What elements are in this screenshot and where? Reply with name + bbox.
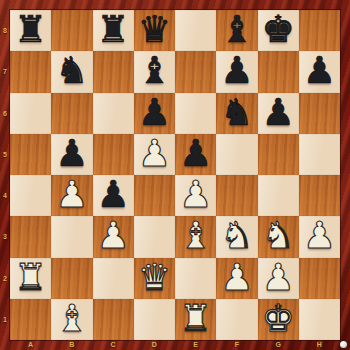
square-d3[interactable] <box>134 216 175 257</box>
piece-black-pawn[interactable]: ♟ <box>220 50 253 91</box>
rank-label-8: 8 <box>0 10 10 51</box>
rank-label-3: 3 <box>0 216 10 257</box>
piece-black-bishop[interactable]: ♝ <box>138 50 171 91</box>
square-e5[interactable]: ♟ <box>175 134 216 175</box>
square-c8[interactable]: ♜ <box>93 10 134 51</box>
square-c2[interactable] <box>93 258 134 299</box>
square-c5[interactable] <box>93 134 134 175</box>
square-e3[interactable]: ♝ <box>175 216 216 257</box>
square-f1[interactable] <box>216 299 257 340</box>
piece-white-pawn[interactable]: ♟ <box>303 215 336 256</box>
piece-white-knight[interactable]: ♞ <box>262 215 295 256</box>
square-c4[interactable]: ♟ <box>93 175 134 216</box>
file-label-h: H <box>299 340 340 350</box>
square-f2[interactable]: ♟ <box>216 258 257 299</box>
square-a1[interactable] <box>10 299 51 340</box>
file-label-a: A <box>10 340 51 350</box>
square-a2[interactable]: ♜ <box>10 258 51 299</box>
square-f3[interactable]: ♞ <box>216 216 257 257</box>
square-a4[interactable] <box>10 175 51 216</box>
piece-black-rook[interactable]: ♜ <box>14 9 47 50</box>
piece-white-king[interactable]: ♚ <box>262 298 295 339</box>
file-label-c: C <box>93 340 134 350</box>
square-c6[interactable] <box>93 93 134 134</box>
piece-black-pawn[interactable]: ♟ <box>97 174 130 215</box>
square-b3[interactable] <box>51 216 92 257</box>
file-label-e: E <box>175 340 216 350</box>
piece-black-rook[interactable]: ♜ <box>97 9 130 50</box>
file-label-d: D <box>134 340 175 350</box>
square-d6[interactable]: ♟ <box>134 93 175 134</box>
square-f7[interactable]: ♟ <box>216 51 257 92</box>
piece-white-pawn[interactable]: ♟ <box>262 257 295 298</box>
piece-white-bishop[interactable]: ♝ <box>55 298 88 339</box>
square-f4[interactable] <box>216 175 257 216</box>
square-h2[interactable] <box>299 258 340 299</box>
piece-black-pawn[interactable]: ♟ <box>179 133 212 174</box>
square-g1[interactable]: ♚ <box>258 299 299 340</box>
rank-label-5: 5 <box>0 134 10 175</box>
corner-dot-icon <box>340 341 347 348</box>
rank-label-4: 4 <box>0 175 10 216</box>
square-d2[interactable]: ♛ <box>134 258 175 299</box>
piece-white-pawn[interactable]: ♟ <box>220 257 253 298</box>
square-d1[interactable] <box>134 299 175 340</box>
square-b8[interactable] <box>51 10 92 51</box>
square-a3[interactable] <box>10 216 51 257</box>
square-e2[interactable] <box>175 258 216 299</box>
piece-white-bishop[interactable]: ♝ <box>179 215 212 256</box>
piece-black-king[interactable]: ♚ <box>262 9 295 50</box>
square-b6[interactable] <box>51 93 92 134</box>
piece-white-pawn[interactable]: ♟ <box>179 174 212 215</box>
square-h6[interactable] <box>299 93 340 134</box>
piece-black-pawn[interactable]: ♟ <box>55 133 88 174</box>
square-a6[interactable] <box>10 93 51 134</box>
square-h3[interactable]: ♟ <box>299 216 340 257</box>
square-b5[interactable]: ♟ <box>51 134 92 175</box>
piece-white-pawn[interactable]: ♟ <box>55 174 88 215</box>
piece-black-knight[interactable]: ♞ <box>55 50 88 91</box>
square-f6[interactable]: ♞ <box>216 93 257 134</box>
square-b1[interactable]: ♝ <box>51 299 92 340</box>
square-h8[interactable] <box>299 10 340 51</box>
file-label-f: F <box>216 340 257 350</box>
square-a8[interactable]: ♜ <box>10 10 51 51</box>
rank-label-1: 1 <box>0 299 10 340</box>
square-e7[interactable] <box>175 51 216 92</box>
square-c3[interactable]: ♟ <box>93 216 134 257</box>
square-a5[interactable] <box>10 134 51 175</box>
piece-white-rook[interactable]: ♜ <box>179 298 212 339</box>
file-label-g: G <box>258 340 299 350</box>
square-h4[interactable] <box>299 175 340 216</box>
square-b7[interactable]: ♞ <box>51 51 92 92</box>
square-e8[interactable] <box>175 10 216 51</box>
square-h5[interactable] <box>299 134 340 175</box>
piece-black-pawn[interactable]: ♟ <box>303 50 336 91</box>
square-g6[interactable]: ♟ <box>258 93 299 134</box>
square-g3[interactable]: ♞ <box>258 216 299 257</box>
square-d4[interactable] <box>134 175 175 216</box>
piece-black-bishop[interactable]: ♝ <box>220 9 253 50</box>
square-d8[interactable]: ♛ <box>134 10 175 51</box>
piece-black-pawn[interactable]: ♟ <box>138 92 171 133</box>
piece-white-rook[interactable]: ♜ <box>14 257 47 298</box>
file-label-b: B <box>51 340 92 350</box>
piece-white-pawn[interactable]: ♟ <box>97 215 130 256</box>
square-g5[interactable] <box>258 134 299 175</box>
rank-label-2: 2 <box>0 258 10 299</box>
rank-label-6: 6 <box>0 93 10 134</box>
square-e6[interactable] <box>175 93 216 134</box>
square-g8[interactable]: ♚ <box>258 10 299 51</box>
piece-black-knight[interactable]: ♞ <box>220 92 253 133</box>
square-a7[interactable] <box>10 51 51 92</box>
square-g2[interactable]: ♟ <box>258 258 299 299</box>
square-g4[interactable] <box>258 175 299 216</box>
square-h7[interactable]: ♟ <box>299 51 340 92</box>
piece-black-pawn[interactable]: ♟ <box>262 92 295 133</box>
square-f5[interactable] <box>216 134 257 175</box>
square-b4[interactable]: ♟ <box>51 175 92 216</box>
piece-white-queen[interactable]: ♛ <box>138 257 171 298</box>
piece-black-queen[interactable]: ♛ <box>138 9 171 50</box>
square-d7[interactable]: ♝ <box>134 51 175 92</box>
rank-label-7: 7 <box>0 51 10 92</box>
square-h1[interactable] <box>299 299 340 340</box>
square-f8[interactable]: ♝ <box>216 10 257 51</box>
square-c7[interactable] <box>93 51 134 92</box>
square-d5[interactable]: ♟ <box>134 134 175 175</box>
piece-white-pawn[interactable]: ♟ <box>138 133 171 174</box>
chess-board: ♜♜♛♝♚♞♝♟♟♟♞♟♟♟♟♟♟♟♟♝♞♞♟♜♛♟♟♝♜♚ <box>10 10 340 340</box>
square-c1[interactable] <box>93 299 134 340</box>
piece-white-knight[interactable]: ♞ <box>220 215 253 256</box>
chess-board-frame: ♜♜♛♝♚♞♝♟♟♟♞♟♟♟♟♟♟♟♟♝♞♞♟♜♛♟♟♝♜♚ 87654321 … <box>0 0 350 350</box>
square-e4[interactable]: ♟ <box>175 175 216 216</box>
square-e1[interactable]: ♜ <box>175 299 216 340</box>
square-g7[interactable] <box>258 51 299 92</box>
square-b2[interactable] <box>51 258 92 299</box>
